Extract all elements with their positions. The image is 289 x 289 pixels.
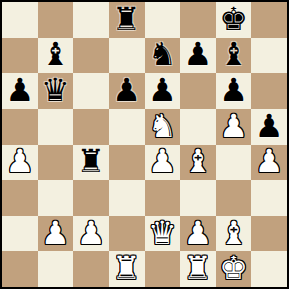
piece-white-pawn: ♟ (41, 217, 70, 249)
piece-black-pawn: ♟ (148, 74, 177, 106)
square-b7[interactable]: ♝ (38, 38, 74, 74)
square-d7[interactable] (109, 38, 145, 74)
square-f7[interactable]: ♟ (180, 38, 216, 74)
square-e3[interactable] (145, 180, 181, 216)
piece-white-pawn: ♟ (77, 217, 106, 249)
square-h1[interactable] (251, 251, 287, 287)
square-e8[interactable] (145, 2, 181, 38)
piece-black-knight: ♞ (148, 38, 177, 70)
square-c8[interactable] (73, 2, 109, 38)
square-b2[interactable]: ♟ (38, 216, 74, 252)
piece-white-pawn: ♟ (219, 110, 248, 142)
square-c2[interactable]: ♟ (73, 216, 109, 252)
square-b8[interactable] (38, 2, 74, 38)
square-f6[interactable] (180, 73, 216, 109)
square-b5[interactable] (38, 109, 74, 145)
piece-white-rook: ♜ (112, 252, 141, 284)
square-g8[interactable]: ♚ (216, 2, 252, 38)
square-a1[interactable] (2, 251, 38, 287)
square-h6[interactable] (251, 73, 287, 109)
square-c3[interactable] (73, 180, 109, 216)
piece-white-bishop: ♝ (219, 217, 248, 249)
piece-black-queen: ♛ (41, 74, 70, 106)
square-g7[interactable]: ♝ (216, 38, 252, 74)
piece-black-king: ♚ (219, 3, 248, 35)
piece-black-bishop: ♝ (41, 38, 70, 70)
square-a5[interactable] (2, 109, 38, 145)
square-a7[interactable] (2, 38, 38, 74)
square-d4[interactable] (109, 145, 145, 181)
square-e2[interactable]: ♛ (145, 216, 181, 252)
square-g3[interactable] (216, 180, 252, 216)
square-d3[interactable] (109, 180, 145, 216)
square-h7[interactable] (251, 38, 287, 74)
square-a4[interactable]: ♟ (2, 145, 38, 181)
square-h8[interactable] (251, 2, 287, 38)
square-e1[interactable] (145, 251, 181, 287)
square-c1[interactable] (73, 251, 109, 287)
square-f3[interactable] (180, 180, 216, 216)
square-d1[interactable]: ♜ (109, 251, 145, 287)
square-a6[interactable]: ♟ (2, 73, 38, 109)
square-c4[interactable]: ♜ (73, 145, 109, 181)
square-h5[interactable]: ♟ (251, 109, 287, 145)
square-b3[interactable] (38, 180, 74, 216)
piece-black-pawn: ♟ (184, 38, 213, 70)
square-e4[interactable]: ♟ (145, 145, 181, 181)
square-a2[interactable] (2, 216, 38, 252)
piece-black-pawn: ♟ (5, 74, 34, 106)
square-f8[interactable] (180, 2, 216, 38)
square-f4[interactable]: ♝ (180, 145, 216, 181)
square-b6[interactable]: ♛ (38, 73, 74, 109)
square-d2[interactable] (109, 216, 145, 252)
square-f1[interactable]: ♜ (180, 251, 216, 287)
square-b4[interactable] (38, 145, 74, 181)
square-f5[interactable] (180, 109, 216, 145)
square-e7[interactable]: ♞ (145, 38, 181, 74)
piece-white-pawn: ♟ (5, 145, 34, 177)
piece-white-pawn: ♟ (148, 145, 177, 177)
piece-white-pawn: ♟ (184, 217, 213, 249)
square-a3[interactable] (2, 180, 38, 216)
square-d5[interactable] (109, 109, 145, 145)
square-h3[interactable] (251, 180, 287, 216)
piece-black-rook: ♜ (112, 3, 141, 35)
square-b1[interactable] (38, 251, 74, 287)
square-d6[interactable]: ♟ (109, 73, 145, 109)
square-c5[interactable] (73, 109, 109, 145)
piece-black-rook: ♜ (77, 145, 106, 177)
square-g2[interactable]: ♝ (216, 216, 252, 252)
square-f2[interactable]: ♟ (180, 216, 216, 252)
square-g1[interactable]: ♚ (216, 251, 252, 287)
square-c6[interactable] (73, 73, 109, 109)
piece-white-rook: ♜ (184, 252, 213, 284)
square-h4[interactable]: ♟ (251, 145, 287, 181)
piece-black-bishop: ♝ (219, 38, 248, 70)
square-e6[interactable]: ♟ (145, 73, 181, 109)
square-a8[interactable] (2, 2, 38, 38)
piece-black-pawn: ♟ (219, 74, 248, 106)
piece-white-king: ♚ (219, 252, 248, 284)
square-d8[interactable]: ♜ (109, 2, 145, 38)
square-c7[interactable] (73, 38, 109, 74)
piece-white-queen: ♛ (148, 217, 177, 249)
piece-white-bishop: ♝ (184, 145, 213, 177)
square-e5[interactable]: ♞ (145, 109, 181, 145)
square-g6[interactable]: ♟ (216, 73, 252, 109)
piece-white-pawn: ♟ (255, 145, 284, 177)
chess-board: ♜♚♝♞♟♝♟♛♟♟♟♞♟♟♟♜♟♝♟♟♟♛♟♝♜♜♚ (0, 0, 289, 289)
piece-black-pawn: ♟ (112, 74, 141, 106)
square-h2[interactable] (251, 216, 287, 252)
square-g4[interactable] (216, 145, 252, 181)
square-g5[interactable]: ♟ (216, 109, 252, 145)
piece-white-knight: ♞ (148, 110, 177, 142)
piece-black-pawn: ♟ (255, 110, 284, 142)
